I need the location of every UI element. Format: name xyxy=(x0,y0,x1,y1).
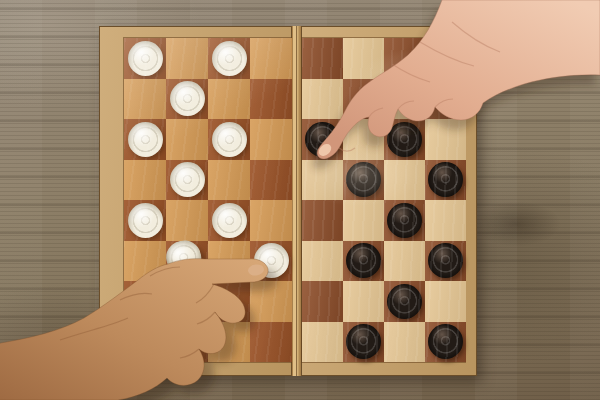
square-r7c4[interactable] xyxy=(250,281,292,322)
square-r1c7[interactable] xyxy=(384,38,425,79)
square-r3c6[interactable] xyxy=(343,119,384,160)
board-hinge xyxy=(292,26,301,376)
square-r1c6[interactable] xyxy=(343,38,384,79)
board-left-panel xyxy=(99,26,292,376)
right-panel-squares xyxy=(302,38,465,362)
square-r8c7[interactable] xyxy=(384,322,425,363)
black-piece-r4c8[interactable] xyxy=(428,162,463,197)
square-r5c1[interactable] xyxy=(124,200,166,241)
square-r4c7[interactable] xyxy=(384,160,425,201)
square-r2c8[interactable] xyxy=(425,79,466,120)
white-piece-r5c1[interactable] xyxy=(128,203,163,238)
square-r7c6[interactable] xyxy=(343,281,384,322)
square-r4c2[interactable] xyxy=(166,160,208,201)
square-r3c3[interactable] xyxy=(208,119,250,160)
square-r3c4[interactable] xyxy=(250,119,292,160)
square-r5c2[interactable] xyxy=(166,200,208,241)
board-right-panel xyxy=(301,26,477,376)
square-r7c1[interactable] xyxy=(124,281,166,322)
square-r5c6[interactable] xyxy=(343,200,384,241)
square-r2c5[interactable] xyxy=(302,79,343,120)
white-piece-r6c4[interactable] xyxy=(254,243,289,278)
checkers-board xyxy=(99,26,477,376)
white-piece-r5c3[interactable] xyxy=(212,203,247,238)
square-r4c8[interactable] xyxy=(425,160,466,201)
square-r3c5[interactable] xyxy=(302,119,343,160)
square-r5c3[interactable] xyxy=(208,200,250,241)
white-piece-r4c2[interactable] xyxy=(170,162,205,197)
black-piece-r5c7[interactable] xyxy=(387,203,422,238)
square-r6c1[interactable] xyxy=(124,241,166,282)
black-piece-r8c6[interactable] xyxy=(346,324,381,359)
square-r8c4[interactable] xyxy=(250,322,292,363)
square-r2c7[interactable] xyxy=(384,79,425,120)
square-r8c1[interactable] xyxy=(124,322,166,363)
square-r7c2[interactable] xyxy=(166,281,208,322)
square-r4c4[interactable] xyxy=(250,160,292,201)
square-r3c1[interactable] xyxy=(124,119,166,160)
square-r5c5[interactable] xyxy=(302,200,343,241)
square-r6c5[interactable] xyxy=(302,241,343,282)
square-r6c3[interactable] xyxy=(208,241,250,282)
square-r1c1[interactable] xyxy=(124,38,166,79)
square-r2c1[interactable] xyxy=(124,79,166,120)
square-r2c4[interactable] xyxy=(250,79,292,120)
square-r2c6[interactable] xyxy=(343,79,384,120)
square-r6c7[interactable] xyxy=(384,241,425,282)
white-piece-r6c2[interactable] xyxy=(162,237,204,278)
square-r5c8[interactable] xyxy=(425,200,466,241)
square-r1c4[interactable] xyxy=(250,38,292,79)
white-piece-r3c1[interactable] xyxy=(128,122,163,157)
white-piece-r3c3[interactable] xyxy=(212,122,247,157)
square-r4c5[interactable] xyxy=(302,160,343,201)
square-r8c6[interactable] xyxy=(343,322,384,363)
square-r6c4[interactable] xyxy=(250,241,292,282)
square-r1c5[interactable] xyxy=(302,38,343,79)
square-r3c2[interactable] xyxy=(166,119,208,160)
square-r6c8[interactable] xyxy=(425,241,466,282)
square-r1c8[interactable] xyxy=(425,38,466,79)
white-piece-r1c3[interactable] xyxy=(212,41,247,76)
square-r7c8[interactable] xyxy=(425,281,466,322)
white-piece-r2c2[interactable] xyxy=(170,81,205,116)
square-r4c1[interactable] xyxy=(124,160,166,201)
white-piece-r1c1[interactable] xyxy=(128,41,163,76)
square-r4c6[interactable] xyxy=(343,160,384,201)
square-r3c8[interactable] xyxy=(425,119,466,160)
black-piece-r4c6[interactable] xyxy=(346,162,381,197)
square-r5c7[interactable] xyxy=(384,200,425,241)
square-r2c2[interactable] xyxy=(166,79,208,120)
square-r8c5[interactable] xyxy=(302,322,343,363)
square-r7c7[interactable] xyxy=(384,281,425,322)
black-piece-r3c5[interactable] xyxy=(305,122,340,157)
square-r8c3[interactable] xyxy=(208,322,250,363)
black-piece-r3c7[interactable] xyxy=(387,122,422,157)
black-piece-r6c8[interactable] xyxy=(428,243,463,278)
black-piece-r8c8[interactable] xyxy=(428,324,463,359)
square-r8c8[interactable] xyxy=(425,322,466,363)
square-r5c4[interactable] xyxy=(250,200,292,241)
square-r4c3[interactable] xyxy=(208,160,250,201)
black-piece-r6c6[interactable] xyxy=(346,243,381,278)
black-piece-r7c7[interactable] xyxy=(387,284,422,319)
square-r6c2[interactable] xyxy=(166,241,208,282)
square-r1c2[interactable] xyxy=(166,38,208,79)
square-r6c6[interactable] xyxy=(343,241,384,282)
square-r8c2[interactable] xyxy=(166,322,208,363)
square-r1c3[interactable] xyxy=(208,38,250,79)
square-r7c3[interactable] xyxy=(208,281,250,322)
left-panel-squares xyxy=(124,38,291,362)
square-r2c3[interactable] xyxy=(208,79,250,120)
square-r7c5[interactable] xyxy=(302,281,343,322)
square-r3c7[interactable] xyxy=(384,119,425,160)
scene xyxy=(0,0,600,400)
